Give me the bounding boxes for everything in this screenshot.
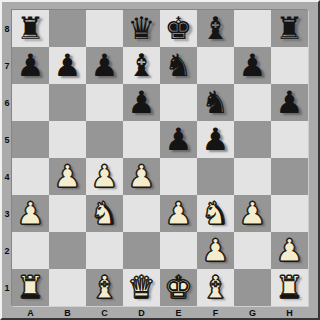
file-label-a: A [12, 306, 49, 319]
white-pawn-b4[interactable]: ♟ [54, 158, 82, 195]
file-label-d: D [123, 306, 160, 319]
square-b7[interactable]: ♟ [49, 47, 86, 84]
square-g5[interactable] [234, 121, 271, 158]
black-pawn-e5[interactable]: ♟ [165, 121, 193, 158]
file-label-h: H [271, 306, 308, 319]
black-pawn-b7[interactable]: ♟ [54, 47, 82, 84]
square-b3[interactable] [49, 195, 86, 232]
square-a7[interactable]: ♟ [12, 47, 49, 84]
square-c6[interactable] [86, 84, 123, 121]
square-h7[interactable] [271, 47, 308, 84]
square-d7[interactable]: ♝ [123, 47, 160, 84]
square-f1[interactable]: ♝ [197, 269, 234, 306]
rank-label-2: 2 [2, 232, 12, 269]
square-h6[interactable]: ♟ [271, 84, 308, 121]
white-bishop-c1[interactable]: ♝ [91, 269, 119, 306]
black-pawn-g7[interactable]: ♟ [239, 47, 267, 84]
square-h5[interactable] [271, 121, 308, 158]
square-a2[interactable] [12, 232, 49, 269]
file-label-b: B [49, 306, 86, 319]
white-pawn-c4[interactable]: ♟ [91, 158, 119, 195]
rank-label-3: 3 [2, 195, 12, 232]
square-f6[interactable]: ♞ [197, 84, 234, 121]
square-a3[interactable]: ♟ [12, 195, 49, 232]
white-king-e1[interactable]: ♚ [165, 269, 193, 306]
square-b4[interactable]: ♟ [49, 158, 86, 195]
square-g7[interactable]: ♟ [234, 47, 271, 84]
white-knight-f3[interactable]: ♞ [202, 195, 230, 232]
chess-diagram: ♜♛♚♝♜♟♟♟♝♞♟♟♞♟♟♟♟♟♟♟♞♟♞♟♟♟♜♝♛♚♝♜ 8765432… [0, 0, 320, 320]
white-rook-a1[interactable]: ♜ [17, 269, 45, 306]
square-g8[interactable] [234, 10, 271, 47]
black-knight-e7[interactable]: ♞ [165, 47, 193, 84]
square-h3[interactable] [271, 195, 308, 232]
file-label-c: C [86, 306, 123, 319]
square-d5[interactable] [123, 121, 160, 158]
rank-label-6: 6 [2, 84, 12, 121]
square-g3[interactable]: ♟ [234, 195, 271, 232]
square-c4[interactable]: ♟ [86, 158, 123, 195]
black-bishop-f8[interactable]: ♝ [202, 10, 230, 47]
square-f3[interactable]: ♞ [197, 195, 234, 232]
file-label-f: F [197, 306, 234, 319]
black-pawn-a7[interactable]: ♟ [17, 47, 45, 84]
white-bishop-f1[interactable]: ♝ [202, 269, 230, 306]
square-d8[interactable]: ♛ [123, 10, 160, 47]
rank-label-8: 8 [2, 10, 12, 47]
square-c8[interactable] [86, 10, 123, 47]
square-b5[interactable] [49, 121, 86, 158]
black-queen-d8[interactable]: ♛ [128, 10, 156, 47]
square-e5[interactable]: ♟ [160, 121, 197, 158]
chess-board: ♜♛♚♝♜♟♟♟♝♞♟♟♞♟♟♟♟♟♟♟♞♟♞♟♟♟♜♝♛♚♝♜ [12, 10, 308, 306]
square-d3[interactable] [123, 195, 160, 232]
square-d1[interactable]: ♛ [123, 269, 160, 306]
black-pawn-f5[interactable]: ♟ [202, 121, 230, 158]
black-king-e8[interactable]: ♚ [165, 10, 193, 47]
square-e6[interactable] [160, 84, 197, 121]
square-a8[interactable]: ♜ [12, 10, 49, 47]
square-a4[interactable] [12, 158, 49, 195]
white-pawn-f2[interactable]: ♟ [202, 232, 230, 269]
square-b2[interactable] [49, 232, 86, 269]
square-f7[interactable] [197, 47, 234, 84]
square-d6[interactable]: ♟ [123, 84, 160, 121]
black-pawn-d6[interactable]: ♟ [128, 84, 156, 121]
file-label-e: E [160, 306, 197, 319]
square-a5[interactable] [12, 121, 49, 158]
rank-label-4: 4 [2, 158, 12, 195]
white-pawn-a3[interactable]: ♟ [17, 195, 45, 232]
black-rook-h8[interactable]: ♜ [276, 10, 304, 47]
square-f5[interactable]: ♟ [197, 121, 234, 158]
white-pawn-e3[interactable]: ♟ [165, 195, 193, 232]
square-c7[interactable]: ♟ [86, 47, 123, 84]
rank-label-7: 7 [2, 47, 12, 84]
square-e8[interactable]: ♚ [160, 10, 197, 47]
square-h2[interactable]: ♟ [271, 232, 308, 269]
square-e7[interactable]: ♞ [160, 47, 197, 84]
file-label-g: G [234, 306, 271, 319]
square-c2[interactable] [86, 232, 123, 269]
white-pawn-h2[interactable]: ♟ [276, 232, 304, 269]
white-pawn-d4[interactable]: ♟ [128, 158, 156, 195]
square-e3[interactable]: ♟ [160, 195, 197, 232]
square-b8[interactable] [49, 10, 86, 47]
square-g4[interactable] [234, 158, 271, 195]
square-e1[interactable]: ♚ [160, 269, 197, 306]
square-e4[interactable] [160, 158, 197, 195]
square-c3[interactable]: ♞ [86, 195, 123, 232]
square-h4[interactable] [271, 158, 308, 195]
square-a1[interactable]: ♜ [12, 269, 49, 306]
square-g6[interactable] [234, 84, 271, 121]
rank-label-5: 5 [2, 121, 12, 158]
square-h8[interactable]: ♜ [271, 10, 308, 47]
square-c5[interactable] [86, 121, 123, 158]
white-rook-h1[interactable]: ♜ [276, 269, 304, 306]
square-d4[interactable]: ♟ [123, 158, 160, 195]
square-h1[interactable]: ♜ [271, 269, 308, 306]
square-f8[interactable]: ♝ [197, 10, 234, 47]
square-b6[interactable] [49, 84, 86, 121]
white-queen-d1[interactable]: ♛ [128, 269, 156, 306]
square-g2[interactable] [234, 232, 271, 269]
square-g1[interactable] [234, 269, 271, 306]
square-f4[interactable] [197, 158, 234, 195]
black-knight-f6[interactable]: ♞ [202, 84, 230, 121]
black-rook-a8[interactable]: ♜ [17, 10, 45, 47]
square-b1[interactable] [49, 269, 86, 306]
black-pawn-h6[interactable]: ♟ [276, 84, 304, 121]
square-c1[interactable]: ♝ [86, 269, 123, 306]
black-pawn-c7[interactable]: ♟ [91, 47, 119, 84]
white-knight-c3[interactable]: ♞ [91, 195, 119, 232]
square-f2[interactable]: ♟ [197, 232, 234, 269]
rank-label-1: 1 [2, 269, 12, 306]
square-a6[interactable] [12, 84, 49, 121]
square-e2[interactable] [160, 232, 197, 269]
black-bishop-d7[interactable]: ♝ [128, 47, 156, 84]
white-pawn-g3[interactable]: ♟ [239, 195, 267, 232]
square-d2[interactable] [123, 232, 160, 269]
